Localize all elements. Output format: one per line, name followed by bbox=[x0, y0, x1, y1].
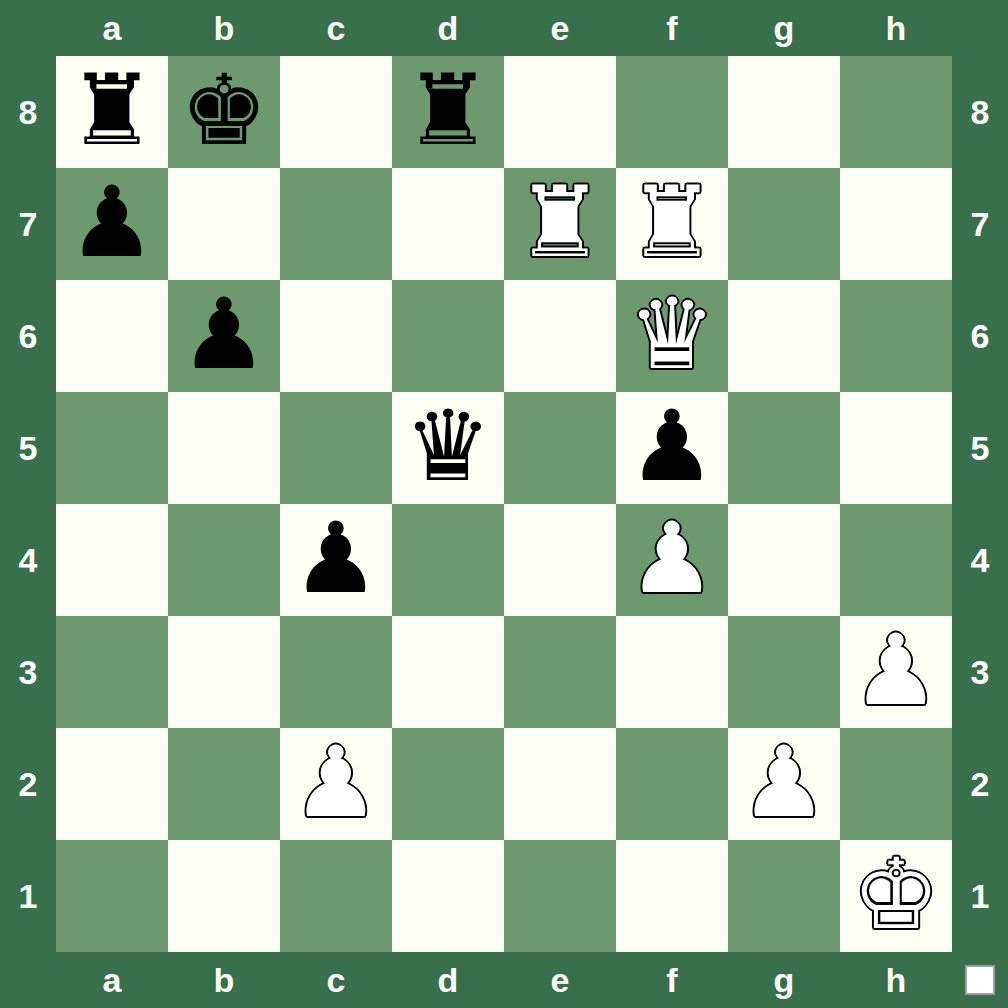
square-g2[interactable]: ♟ bbox=[728, 728, 840, 840]
square-b6[interactable]: ♟ bbox=[168, 280, 280, 392]
square-a6[interactable] bbox=[56, 280, 168, 392]
white-rook-e7[interactable]: ♜ bbox=[516, 166, 604, 278]
file-label-bottom-h: h bbox=[840, 952, 952, 1008]
rank-label-left-7: 7 bbox=[0, 168, 56, 280]
rank-label-right-5: 5 bbox=[952, 392, 1008, 504]
square-a2[interactable] bbox=[56, 728, 168, 840]
square-d4[interactable] bbox=[392, 504, 504, 616]
file-label-top-e: e bbox=[504, 0, 616, 56]
square-e6[interactable] bbox=[504, 280, 616, 392]
square-c8[interactable] bbox=[280, 56, 392, 168]
file-label-top-d: d bbox=[392, 0, 504, 56]
square-a4[interactable] bbox=[56, 504, 168, 616]
square-f8[interactable] bbox=[616, 56, 728, 168]
square-d1[interactable] bbox=[392, 840, 504, 952]
square-b5[interactable] bbox=[168, 392, 280, 504]
file-label-top-f: f bbox=[616, 0, 728, 56]
square-b3[interactable] bbox=[168, 616, 280, 728]
corner-bottom-right bbox=[952, 952, 1008, 1008]
white-pawn-g2[interactable]: ♟ bbox=[740, 726, 828, 838]
corner-top-left bbox=[0, 0, 56, 56]
square-g8[interactable] bbox=[728, 56, 840, 168]
black-pawn-c4[interactable]: ♟ bbox=[292, 502, 380, 614]
black-rook-d8[interactable]: ♜ bbox=[404, 54, 492, 166]
square-h8[interactable] bbox=[840, 56, 952, 168]
square-c6[interactable] bbox=[280, 280, 392, 392]
square-h2[interactable] bbox=[840, 728, 952, 840]
rank-label-right-8: 8 bbox=[952, 56, 1008, 168]
square-f2[interactable] bbox=[616, 728, 728, 840]
square-g1[interactable] bbox=[728, 840, 840, 952]
white-pawn-h3[interactable]: ♟ bbox=[852, 614, 940, 726]
black-pawn-b6[interactable]: ♟ bbox=[180, 278, 268, 390]
white-to-move-indicator bbox=[965, 965, 995, 995]
black-pawn-a7[interactable]: ♟ bbox=[68, 166, 156, 278]
file-label-bottom-a: a bbox=[56, 952, 168, 1008]
rank-label-right-6: 6 bbox=[952, 280, 1008, 392]
square-d5[interactable]: ♛ bbox=[392, 392, 504, 504]
black-rook-a8[interactable]: ♜ bbox=[68, 54, 156, 166]
square-b7[interactable] bbox=[168, 168, 280, 280]
square-f1[interactable] bbox=[616, 840, 728, 952]
file-label-bottom-c: c bbox=[280, 952, 392, 1008]
square-h7[interactable] bbox=[840, 168, 952, 280]
rank-label-left-4: 4 bbox=[0, 504, 56, 616]
square-g6[interactable] bbox=[728, 280, 840, 392]
square-h3[interactable]: ♟ bbox=[840, 616, 952, 728]
rank-label-left-1: 1 bbox=[0, 840, 56, 952]
rank-label-right-7: 7 bbox=[952, 168, 1008, 280]
black-pawn-f5[interactable]: ♟ bbox=[628, 390, 716, 502]
file-label-top-c: c bbox=[280, 0, 392, 56]
file-label-top-a: a bbox=[56, 0, 168, 56]
square-e2[interactable] bbox=[504, 728, 616, 840]
rank-label-right-3: 3 bbox=[952, 616, 1008, 728]
square-f6[interactable]: ♛ bbox=[616, 280, 728, 392]
square-a8[interactable]: ♜ bbox=[56, 56, 168, 168]
rank-label-left-8: 8 bbox=[0, 56, 56, 168]
file-label-top-g: g bbox=[728, 0, 840, 56]
square-f3[interactable] bbox=[616, 616, 728, 728]
square-a3[interactable] bbox=[56, 616, 168, 728]
square-b8[interactable]: ♚ bbox=[168, 56, 280, 168]
file-label-bottom-g: g bbox=[728, 952, 840, 1008]
square-d2[interactable] bbox=[392, 728, 504, 840]
corner-bottom-left bbox=[0, 952, 56, 1008]
square-b2[interactable] bbox=[168, 728, 280, 840]
square-h6[interactable] bbox=[840, 280, 952, 392]
chess-board: abcdefgh8♜♚♜87♟♜♜76♟♛65♛♟54♟♟43♟32♟♟21♚1… bbox=[0, 0, 1008, 1008]
square-h4[interactable] bbox=[840, 504, 952, 616]
file-label-bottom-e: e bbox=[504, 952, 616, 1008]
square-h5[interactable] bbox=[840, 392, 952, 504]
square-a1[interactable] bbox=[56, 840, 168, 952]
square-a7[interactable]: ♟ bbox=[56, 168, 168, 280]
square-g3[interactable] bbox=[728, 616, 840, 728]
square-e8[interactable] bbox=[504, 56, 616, 168]
white-pawn-c2[interactable]: ♟ bbox=[292, 726, 380, 838]
square-a5[interactable] bbox=[56, 392, 168, 504]
square-c5[interactable] bbox=[280, 392, 392, 504]
square-d3[interactable] bbox=[392, 616, 504, 728]
rank-label-right-1: 1 bbox=[952, 840, 1008, 952]
square-b1[interactable] bbox=[168, 840, 280, 952]
square-d6[interactable] bbox=[392, 280, 504, 392]
square-e7[interactable]: ♜ bbox=[504, 168, 616, 280]
square-g5[interactable] bbox=[728, 392, 840, 504]
file-label-top-h: h bbox=[840, 0, 952, 56]
white-king-h1[interactable]: ♚ bbox=[852, 838, 940, 950]
rank-label-left-2: 2 bbox=[0, 728, 56, 840]
square-h1[interactable]: ♚ bbox=[840, 840, 952, 952]
file-label-top-b: b bbox=[168, 0, 280, 56]
square-f4[interactable]: ♟ bbox=[616, 504, 728, 616]
square-b4[interactable] bbox=[168, 504, 280, 616]
square-e4[interactable] bbox=[504, 504, 616, 616]
white-rook-f7[interactable]: ♜ bbox=[628, 166, 716, 278]
square-f5[interactable]: ♟ bbox=[616, 392, 728, 504]
square-g7[interactable] bbox=[728, 168, 840, 280]
square-c7[interactable] bbox=[280, 168, 392, 280]
file-label-bottom-d: d bbox=[392, 952, 504, 1008]
rank-label-left-6: 6 bbox=[0, 280, 56, 392]
white-pawn-f4[interactable]: ♟ bbox=[628, 502, 716, 614]
square-c1[interactable] bbox=[280, 840, 392, 952]
square-e1[interactable] bbox=[504, 840, 616, 952]
black-king-b8[interactable]: ♚ bbox=[180, 54, 268, 166]
square-c3[interactable] bbox=[280, 616, 392, 728]
file-label-bottom-b: b bbox=[168, 952, 280, 1008]
square-d8[interactable]: ♜ bbox=[392, 56, 504, 168]
square-d7[interactable] bbox=[392, 168, 504, 280]
square-c4[interactable]: ♟ bbox=[280, 504, 392, 616]
square-c2[interactable]: ♟ bbox=[280, 728, 392, 840]
rank-label-right-2: 2 bbox=[952, 728, 1008, 840]
corner-top-right bbox=[952, 0, 1008, 56]
rank-label-left-3: 3 bbox=[0, 616, 56, 728]
black-queen-d5[interactable]: ♛ bbox=[404, 390, 492, 502]
rank-label-right-4: 4 bbox=[952, 504, 1008, 616]
square-g4[interactable] bbox=[728, 504, 840, 616]
file-label-bottom-f: f bbox=[616, 952, 728, 1008]
rank-label-left-5: 5 bbox=[0, 392, 56, 504]
square-e5[interactable] bbox=[504, 392, 616, 504]
white-queen-f6[interactable]: ♛ bbox=[628, 278, 716, 390]
square-e3[interactable] bbox=[504, 616, 616, 728]
square-f7[interactable]: ♜ bbox=[616, 168, 728, 280]
